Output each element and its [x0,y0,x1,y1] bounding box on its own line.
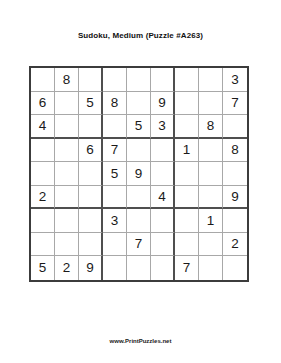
given-digit: 4 [158,189,166,204]
given-digit: 2 [63,260,71,275]
cell-r1c8 [199,68,223,92]
sudoku-board: 8365897453867185924931725297 [29,66,249,282]
cell-r1c1 [31,68,55,92]
cell-r6c7 [175,186,199,210]
cell-r2c7 [175,92,199,116]
given-digit: 9 [86,260,94,275]
cell-r5c8 [199,162,223,186]
given-digit: 3 [158,118,166,133]
cell-r9c6 [151,256,175,280]
cell-r4c5 [127,139,151,163]
cell-r7c8: 1 [199,209,223,233]
given-digit: 5 [86,95,94,110]
given-digit: 9 [231,189,239,204]
cell-r4c8 [199,139,223,163]
cell-r7c1 [31,209,55,233]
given-digit: 8 [207,118,215,133]
cell-r5c7 [175,162,199,186]
cell-r7c2 [55,209,79,233]
cell-r2c8 [199,92,223,116]
cell-r3c9 [223,115,247,139]
cell-r6c4 [103,186,127,210]
cell-r4c7: 1 [175,139,199,163]
cell-r6c1: 2 [31,186,55,210]
cell-r7c9 [223,209,247,233]
cell-r4c9: 8 [223,139,247,163]
cell-r2c4: 8 [103,92,127,116]
given-digit: 8 [111,95,119,110]
given-digit: 7 [111,142,119,157]
cell-r2c1: 6 [31,92,55,116]
cell-r3c6: 3 [151,115,175,139]
given-digit: 5 [39,260,47,275]
cell-r7c3 [79,209,103,233]
given-digit: 6 [39,95,47,110]
cell-r9c5 [127,256,151,280]
given-digit: 1 [183,142,191,157]
given-digit: 2 [231,236,239,251]
cell-r9c9 [223,256,247,280]
cell-r5c5: 9 [127,162,151,186]
cell-r3c5: 5 [127,115,151,139]
cell-r3c3 [79,115,103,139]
cell-r1c7 [175,68,199,92]
cell-r1c4 [103,68,127,92]
cell-r2c5 [127,92,151,116]
cell-r4c4: 7 [103,139,127,163]
cell-r5c9 [223,162,247,186]
cell-r4c1 [31,139,55,163]
cell-r6c5 [127,186,151,210]
given-digit: 3 [111,213,119,228]
cell-r1c9: 3 [223,68,247,92]
cell-r3c7 [175,115,199,139]
cell-r1c6 [151,68,175,92]
cell-r8c8 [199,233,223,257]
cell-r9c7: 7 [175,256,199,280]
cell-r2c6: 9 [151,92,175,116]
puzzle-title: Sudoku, Medium (Puzzle #A263) [0,31,281,40]
cell-r9c3: 9 [79,256,103,280]
given-digit: 4 [39,118,47,133]
cell-r8c7 [175,233,199,257]
given-digit: 2 [39,189,47,204]
cell-r8c1 [31,233,55,257]
cell-r2c3: 5 [79,92,103,116]
cell-r5c6 [151,162,175,186]
cell-r5c4: 5 [103,162,127,186]
cell-r7c7 [175,209,199,233]
given-digit: 5 [135,118,143,133]
cell-r6c9: 9 [223,186,247,210]
given-digit: 7 [183,260,191,275]
cell-r5c3 [79,162,103,186]
given-digit: 7 [231,95,239,110]
given-digit: 3 [231,72,239,87]
cell-r5c1 [31,162,55,186]
cell-r3c4 [103,115,127,139]
given-digit: 8 [63,72,71,87]
given-digit: 9 [158,95,166,110]
cell-r8c4 [103,233,127,257]
given-digit: 9 [135,166,143,181]
cell-r9c8 [199,256,223,280]
cell-r4c2 [55,139,79,163]
cell-r9c4 [103,256,127,280]
cell-r3c1: 4 [31,115,55,139]
cell-r8c5: 7 [127,233,151,257]
cell-r2c2 [55,92,79,116]
footer-url: www.PrintPuzzles.net [0,338,281,344]
cell-r1c2: 8 [55,68,79,92]
cell-r4c6 [151,139,175,163]
given-digit: 5 [111,166,119,181]
cell-r8c9: 2 [223,233,247,257]
cell-r6c6: 4 [151,186,175,210]
cell-r7c4: 3 [103,209,127,233]
cell-r9c2: 2 [55,256,79,280]
cell-r6c3 [79,186,103,210]
cell-r8c3 [79,233,103,257]
cell-r1c3 [79,68,103,92]
given-digit: 1 [207,213,215,228]
cell-r3c2 [55,115,79,139]
puzzle-page: Sudoku, Medium (Puzzle #A263) 8365897453… [0,0,281,363]
given-digit: 6 [86,142,94,157]
cell-r6c2 [55,186,79,210]
given-digit: 8 [231,142,239,157]
cell-r1c5 [127,68,151,92]
cell-r2c9: 7 [223,92,247,116]
given-digit: 7 [135,236,143,251]
cell-r4c3: 6 [79,139,103,163]
cell-r7c6 [151,209,175,233]
cell-r8c2 [55,233,79,257]
cell-r3c8: 8 [199,115,223,139]
cell-r6c8 [199,186,223,210]
cell-r8c6 [151,233,175,257]
cell-r5c2 [55,162,79,186]
cell-r7c5 [127,209,151,233]
cell-r9c1: 5 [31,256,55,280]
